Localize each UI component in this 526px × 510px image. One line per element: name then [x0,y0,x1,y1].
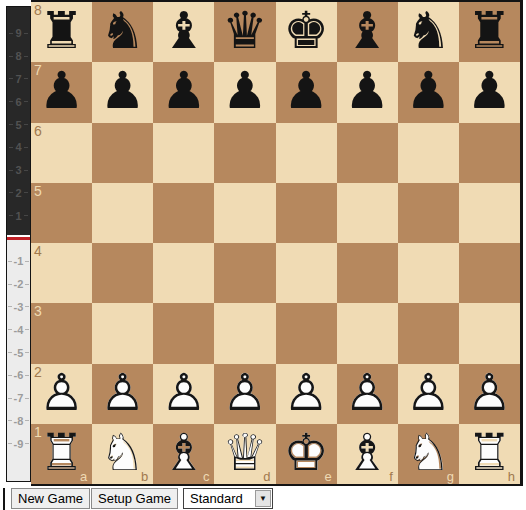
square-c3[interactable] [153,303,214,363]
square-f5[interactable] [337,183,398,243]
white-pawn[interactable]: ♟♙ [398,364,459,424]
toolbar-gripper[interactable] [3,488,5,510]
eval-scale-label: 7 [7,72,30,86]
square-h1[interactable]: h♜♖ [459,424,520,484]
rank-coordinate: 5 [34,184,42,199]
white-bishop[interactable]: ♝♗ [153,424,214,484]
square-e2[interactable]: ♟♙ [276,364,337,424]
square-c4[interactable] [153,243,214,303]
eval-scale-label: 1 [7,209,30,223]
black-queen[interactable]: ♛ [214,2,275,62]
evaluation-zero-marker [7,237,30,240]
square-g1[interactable]: g♞♘ [398,424,459,484]
eval-scale-label: -9 [7,437,30,451]
square-g8[interactable]: ♞ [398,2,459,62]
white-pawn[interactable]: ♟♙ [459,364,520,424]
black-pawn[interactable]: ♟ [92,62,153,122]
square-h8[interactable]: ♜ [459,2,520,62]
white-pawn[interactable]: ♟♙ [92,364,153,424]
square-d3[interactable] [214,303,275,363]
black-knight[interactable]: ♞ [92,2,153,62]
white-bishop[interactable]: ♝♗ [337,424,398,484]
square-c6[interactable] [153,123,214,183]
rank-coordinate: 4 [34,244,42,259]
black-pawn[interactable]: ♟ [214,62,275,122]
square-f8[interactable]: ♝ [337,2,398,62]
white-king[interactable]: ♚♔ [276,424,337,484]
black-king[interactable]: ♚ [276,2,337,62]
square-f4[interactable] [337,243,398,303]
white-pawn[interactable]: ♟♙ [31,364,92,424]
square-g5[interactable] [398,183,459,243]
eval-scale-label: 6 [7,95,30,109]
square-f7[interactable]: ♟ [337,62,398,122]
square-d1[interactable]: d♛♕ [214,424,275,484]
black-bishop[interactable]: ♝ [153,2,214,62]
square-e8[interactable]: ♚ [276,2,337,62]
square-d6[interactable] [214,123,275,183]
square-h6[interactable] [459,123,520,183]
square-a2[interactable]: 2♟♙ [31,364,92,424]
eval-scale-label: -6 [7,368,30,382]
chess-board: 8♜♞♝♛♚♝♞♜7♟♟♟♟♟♟♟♟65432♟♙♟♙♟♙♟♙♟♙♟♙♟♙♟♙1… [31,0,523,486]
square-b2[interactable]: ♟♙ [92,364,153,424]
square-c1[interactable]: c♝♗ [153,424,214,484]
variant-select[interactable]: Standard ▼ [183,488,273,509]
square-b6[interactable] [92,123,153,183]
setup-game-button[interactable]: Setup Game [91,488,178,509]
square-b8[interactable]: ♞ [92,2,153,62]
white-pawn[interactable]: ♟♙ [276,364,337,424]
black-pawn[interactable]: ♟ [398,62,459,122]
eval-scale-label: -1 [7,254,30,268]
black-pawn[interactable]: ♟ [276,62,337,122]
white-knight[interactable]: ♞♘ [398,424,459,484]
square-a5[interactable]: 5 [31,183,92,243]
rank-coordinate: 3 [34,304,42,319]
square-d2[interactable]: ♟♙ [214,364,275,424]
square-b4[interactable] [92,243,153,303]
eval-scale-label: 9 [7,26,30,40]
square-b5[interactable] [92,183,153,243]
square-h7[interactable]: ♟ [459,62,520,122]
black-pawn[interactable]: ♟ [337,62,398,122]
square-d8[interactable]: ♛ [214,2,275,62]
eval-scale-label: -2 [7,277,30,291]
white-rook[interactable]: ♜♖ [31,424,92,484]
white-rook[interactable]: ♜♖ [459,424,520,484]
square-h2[interactable]: ♟♙ [459,364,520,424]
rank-coordinate: 6 [34,124,42,139]
square-c7[interactable]: ♟ [153,62,214,122]
square-c8[interactable]: ♝ [153,2,214,62]
square-b1[interactable]: b♞♘ [92,424,153,484]
square-g4[interactable] [398,243,459,303]
eval-scale-label: 3 [7,163,30,177]
square-e1[interactable]: e♚♔ [276,424,337,484]
square-b3[interactable] [92,303,153,363]
square-d5[interactable] [214,183,275,243]
square-a8[interactable]: 8♜ [31,2,92,62]
square-g2[interactable]: ♟♙ [398,364,459,424]
square-f2[interactable]: ♟♙ [337,364,398,424]
square-d7[interactable]: ♟ [214,62,275,122]
eval-scale-label: -8 [7,414,30,428]
black-rook[interactable]: ♜ [459,2,520,62]
square-d4[interactable] [214,243,275,303]
eval-scale-label: 2 [7,186,30,200]
square-c5[interactable] [153,183,214,243]
square-f3[interactable] [337,303,398,363]
square-e7[interactable]: ♟ [276,62,337,122]
square-a7[interactable]: 7♟ [31,62,92,122]
square-h4[interactable] [459,243,520,303]
eval-scale-label: -7 [7,391,30,405]
square-a3[interactable]: 3 [31,303,92,363]
square-c2[interactable]: ♟♙ [153,364,214,424]
white-pawn[interactable]: ♟♙ [337,364,398,424]
square-g3[interactable] [398,303,459,363]
black-pawn[interactable]: ♟ [31,62,92,122]
square-a1[interactable]: 1a♜♖ [31,424,92,484]
white-queen[interactable]: ♛♕ [214,424,275,484]
square-e6[interactable] [276,123,337,183]
square-h5[interactable] [459,183,520,243]
white-pawn[interactable]: ♟♙ [153,364,214,424]
square-e4[interactable] [276,243,337,303]
white-pawn[interactable]: ♟♙ [214,364,275,424]
square-g6[interactable] [398,123,459,183]
eval-scale-label: 5 [7,118,30,132]
square-f6[interactable] [337,123,398,183]
chevron-down-icon[interactable]: ▼ [255,490,271,507]
eval-scale-label: 4 [7,140,30,154]
square-f1[interactable]: f♝♗ [337,424,398,484]
black-pawn[interactable]: ♟ [153,62,214,122]
square-b7[interactable]: ♟ [92,62,153,122]
square-e3[interactable] [276,303,337,363]
square-a4[interactable]: 4 [31,243,92,303]
square-a6[interactable]: 6 [31,123,92,183]
black-pawn[interactable]: ♟ [459,62,520,122]
square-e5[interactable] [276,183,337,243]
eval-scale-label: 8 [7,49,30,63]
square-h3[interactable] [459,303,520,363]
black-bishop[interactable]: ♝ [337,2,398,62]
chess-app: 987654321-1-2-3-4-5-6-7-8-9 8♜♞♝♛♚♝♞♜7♟♟… [0,0,526,510]
eval-scale-label: -4 [7,323,30,337]
eval-scale-label: -5 [7,346,30,360]
square-g7[interactable]: ♟ [398,62,459,122]
black-knight[interactable]: ♞ [398,2,459,62]
evaluation-bar: 987654321-1-2-3-4-5-6-7-8-9 [6,6,31,482]
toolbar: New Game Setup Game Standard ▼ [0,487,526,510]
new-game-button[interactable]: New Game [11,488,90,509]
variant-select-value: Standard [184,491,255,506]
black-rook[interactable]: ♜ [31,2,92,62]
white-knight[interactable]: ♞♘ [92,424,153,484]
eval-scale-label: -3 [7,300,30,314]
